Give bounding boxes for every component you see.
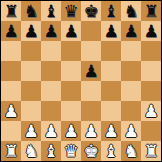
black-bishop[interactable]: ♝ xyxy=(43,1,58,21)
square-a7[interactable]: ♟ xyxy=(1,21,21,41)
white-pawn[interactable]: ♟ xyxy=(143,101,158,121)
square-a4[interactable] xyxy=(1,81,21,101)
square-e2[interactable]: ♟ xyxy=(81,121,101,141)
chess-board: ♜♞♝♛♚♝♞♜♟♟♟♟♟♟♟♟♟♟♟♟♟♟♟♟♜♞♝♛♚♝♞♜ xyxy=(0,0,162,162)
black-pawn[interactable]: ♟ xyxy=(123,21,138,41)
white-king[interactable]: ♚ xyxy=(83,141,98,161)
square-g8[interactable]: ♞ xyxy=(121,1,141,21)
square-a6[interactable] xyxy=(1,41,21,61)
square-c7[interactable]: ♟ xyxy=(41,21,61,41)
square-g2[interactable]: ♟ xyxy=(121,121,141,141)
square-f6[interactable] xyxy=(101,41,121,61)
square-e3[interactable] xyxy=(81,101,101,121)
black-bishop[interactable]: ♝ xyxy=(103,1,118,21)
white-bishop[interactable]: ♝ xyxy=(103,141,118,161)
square-c1[interactable]: ♝ xyxy=(41,141,61,161)
white-pawn[interactable]: ♟ xyxy=(23,121,38,141)
white-pawn[interactable]: ♟ xyxy=(3,101,18,121)
square-g4[interactable] xyxy=(121,81,141,101)
square-b1[interactable]: ♞ xyxy=(21,141,41,161)
black-rook[interactable]: ♜ xyxy=(143,1,158,21)
square-f7[interactable]: ♟ xyxy=(101,21,121,41)
square-a5[interactable] xyxy=(1,61,21,81)
square-f4[interactable] xyxy=(101,81,121,101)
black-pawn[interactable]: ♟ xyxy=(63,21,78,41)
square-f8[interactable]: ♝ xyxy=(101,1,121,21)
square-b3[interactable] xyxy=(21,101,41,121)
square-d7[interactable]: ♟ xyxy=(61,21,81,41)
square-d5[interactable] xyxy=(61,61,81,81)
black-knight[interactable]: ♞ xyxy=(23,1,38,21)
square-h2[interactable] xyxy=(141,121,161,141)
square-h4[interactable] xyxy=(141,81,161,101)
square-h6[interactable] xyxy=(141,41,161,61)
square-e1[interactable]: ♚ xyxy=(81,141,101,161)
black-king[interactable]: ♚ xyxy=(83,1,98,21)
white-pawn[interactable]: ♟ xyxy=(83,121,98,141)
square-e7[interactable] xyxy=(81,21,101,41)
square-e5[interactable]: ♟ xyxy=(81,61,101,81)
square-h1[interactable]: ♜ xyxy=(141,141,161,161)
square-g7[interactable]: ♟ xyxy=(121,21,141,41)
square-f2[interactable]: ♟ xyxy=(101,121,121,141)
square-d3[interactable] xyxy=(61,101,81,121)
square-c6[interactable] xyxy=(41,41,61,61)
square-a3[interactable]: ♟ xyxy=(1,101,21,121)
square-b6[interactable] xyxy=(21,41,41,61)
square-a2[interactable] xyxy=(1,121,21,141)
square-h5[interactable] xyxy=(141,61,161,81)
white-knight[interactable]: ♞ xyxy=(23,141,38,161)
black-queen[interactable]: ♛ xyxy=(63,1,78,21)
square-c8[interactable]: ♝ xyxy=(41,1,61,21)
square-h7[interactable]: ♟ xyxy=(141,21,161,41)
square-b4[interactable] xyxy=(21,81,41,101)
square-b8[interactable]: ♞ xyxy=(21,1,41,21)
black-pawn[interactable]: ♟ xyxy=(103,21,118,41)
white-pawn[interactable]: ♟ xyxy=(123,121,138,141)
square-b7[interactable]: ♟ xyxy=(21,21,41,41)
square-e4[interactable] xyxy=(81,81,101,101)
square-d6[interactable] xyxy=(61,41,81,61)
black-pawn[interactable]: ♟ xyxy=(143,21,158,41)
white-queen[interactable]: ♛ xyxy=(63,141,78,161)
white-pawn[interactable]: ♟ xyxy=(43,121,58,141)
square-a8[interactable]: ♜ xyxy=(1,1,21,21)
square-c2[interactable]: ♟ xyxy=(41,121,61,141)
square-g6[interactable] xyxy=(121,41,141,61)
black-pawn[interactable]: ♟ xyxy=(23,21,38,41)
square-a1[interactable]: ♜ xyxy=(1,141,21,161)
white-pawn[interactable]: ♟ xyxy=(103,121,118,141)
square-d4[interactable] xyxy=(61,81,81,101)
square-c5[interactable] xyxy=(41,61,61,81)
black-rook[interactable]: ♜ xyxy=(3,1,18,21)
white-rook[interactable]: ♜ xyxy=(3,141,18,161)
white-pawn[interactable]: ♟ xyxy=(63,121,78,141)
white-bishop[interactable]: ♝ xyxy=(43,141,58,161)
square-f1[interactable]: ♝ xyxy=(101,141,121,161)
square-g5[interactable] xyxy=(121,61,141,81)
square-e6[interactable] xyxy=(81,41,101,61)
square-e8[interactable]: ♚ xyxy=(81,1,101,21)
white-knight[interactable]: ♞ xyxy=(123,141,138,161)
square-f5[interactable] xyxy=(101,61,121,81)
square-h8[interactable]: ♜ xyxy=(141,1,161,21)
square-d8[interactable]: ♛ xyxy=(61,1,81,21)
square-d1[interactable]: ♛ xyxy=(61,141,81,161)
square-g3[interactable] xyxy=(121,101,141,121)
square-d2[interactable]: ♟ xyxy=(61,121,81,141)
square-b2[interactable]: ♟ xyxy=(21,121,41,141)
black-pawn[interactable]: ♟ xyxy=(43,21,58,41)
black-knight[interactable]: ♞ xyxy=(123,1,138,21)
black-pawn[interactable]: ♟ xyxy=(3,21,18,41)
square-h3[interactable]: ♟ xyxy=(141,101,161,121)
square-c3[interactable] xyxy=(41,101,61,121)
square-g1[interactable]: ♞ xyxy=(121,141,141,161)
square-f3[interactable] xyxy=(101,101,121,121)
square-b5[interactable] xyxy=(21,61,41,81)
square-c4[interactable] xyxy=(41,81,61,101)
black-pawn[interactable]: ♟ xyxy=(83,61,98,81)
white-rook[interactable]: ♜ xyxy=(143,141,158,161)
